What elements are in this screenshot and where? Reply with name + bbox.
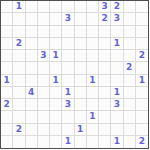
cell-r0c10[interactable] — [124, 1, 136, 13]
cell-r3c0[interactable] — [1, 38, 13, 50]
cell-r11c1[interactable] — [13, 136, 25, 148]
cell-r4c1[interactable] — [13, 50, 25, 62]
cell-r11c0[interactable] — [1, 136, 13, 148]
cell-r10c8[interactable] — [99, 124, 111, 136]
cell-r9c5[interactable] — [62, 111, 74, 123]
cell-r7c1[interactable] — [13, 87, 25, 99]
cell-r3c6[interactable] — [75, 38, 87, 50]
cell-r2c8[interactable] — [99, 26, 111, 38]
cell-r4c0[interactable] — [1, 50, 13, 62]
cell-r0c3[interactable] — [38, 1, 50, 13]
clue-cell-r1c8: 2 — [99, 13, 111, 25]
clue-cell-r9c7: 1 — [87, 111, 99, 123]
clue-cell-r1c5: 3 — [62, 13, 74, 25]
cell-r8c4[interactable] — [50, 99, 62, 111]
cell-r1c11[interactable] — [136, 13, 148, 25]
cell-r6c6[interactable] — [75, 75, 87, 87]
cell-r8c7[interactable] — [87, 99, 99, 111]
cell-r2c10[interactable] — [124, 26, 136, 38]
cell-r7c0[interactable] — [1, 87, 13, 99]
cell-r8c6[interactable] — [75, 99, 87, 111]
clue-cell-r4c4: 1 — [50, 50, 62, 62]
clue-cell-r5c10: 2 — [124, 62, 136, 74]
clue-cell-r6c0: 1 — [1, 75, 13, 87]
cell-r5c1[interactable] — [13, 62, 25, 74]
cell-r3c4[interactable] — [50, 38, 62, 50]
cell-r4c9[interactable] — [111, 50, 123, 62]
cell-r1c3[interactable] — [38, 13, 50, 25]
cell-r2c6[interactable] — [75, 26, 87, 38]
cell-r1c10[interactable] — [124, 13, 136, 25]
cell-r5c3[interactable] — [38, 62, 50, 74]
cell-r5c9[interactable] — [111, 62, 123, 74]
cell-r11c7[interactable] — [87, 136, 99, 148]
clue-cell-r1c9: 3 — [111, 13, 123, 25]
cell-r11c10[interactable] — [124, 136, 136, 148]
clue-cell-r11c11: 2 — [136, 136, 148, 148]
cell-r2c1[interactable] — [13, 26, 25, 38]
cell-r9c6[interactable] — [75, 111, 87, 123]
clue-cell-r0c8: 3 — [99, 1, 111, 13]
clue-cell-r7c2: 4 — [26, 87, 38, 99]
cell-r4c7[interactable] — [87, 50, 99, 62]
cell-r2c9[interactable] — [111, 26, 123, 38]
cell-r8c3[interactable] — [38, 99, 50, 111]
cell-r4c2[interactable] — [26, 50, 38, 62]
cell-r2c2[interactable] — [26, 26, 38, 38]
clue-cell-r7c9: 1 — [111, 87, 123, 99]
clue-cell-r4c3: 3 — [38, 50, 50, 62]
cell-r0c0[interactable] — [1, 1, 13, 13]
cell-r0c11[interactable] — [136, 1, 148, 13]
cell-r8c2[interactable] — [26, 99, 38, 111]
cell-r9c4[interactable] — [50, 111, 62, 123]
cell-r10c2[interactable] — [26, 124, 38, 136]
cell-r9c3[interactable] — [38, 111, 50, 123]
cell-r7c8[interactable] — [99, 87, 111, 99]
cell-r5c0[interactable] — [1, 62, 13, 74]
cell-r3c10[interactable] — [124, 38, 136, 50]
cell-r4c8[interactable] — [99, 50, 111, 62]
cell-r10c11[interactable] — [136, 124, 148, 136]
cell-r9c9[interactable] — [111, 111, 123, 123]
cell-r10c3[interactable] — [38, 124, 50, 136]
cell-r1c1[interactable] — [13, 13, 25, 25]
cell-r8c10[interactable] — [124, 99, 136, 111]
cell-r6c9[interactable] — [111, 75, 123, 87]
cell-r0c7[interactable] — [87, 1, 99, 13]
cell-r9c11[interactable] — [136, 111, 148, 123]
cell-r4c5[interactable] — [62, 50, 74, 62]
cell-r10c7[interactable] — [87, 124, 99, 136]
cell-r5c6[interactable] — [75, 62, 87, 74]
cell-r3c2[interactable] — [26, 38, 38, 50]
cell-r3c5[interactable] — [62, 38, 74, 50]
cell-r6c10[interactable] — [124, 75, 136, 87]
cell-r6c5[interactable] — [62, 75, 74, 87]
cell-r11c6[interactable] — [75, 136, 87, 148]
cell-r2c3[interactable] — [38, 26, 50, 38]
cell-r5c8[interactable] — [99, 62, 111, 74]
clue-cell-r7c5: 1 — [62, 87, 74, 99]
cell-r3c8[interactable] — [99, 38, 111, 50]
cell-r7c3[interactable] — [38, 87, 50, 99]
cell-r6c1[interactable] — [13, 75, 25, 87]
cell-r10c0[interactable] — [1, 124, 13, 136]
cell-r5c4[interactable] — [50, 62, 62, 74]
cell-r8c1[interactable] — [13, 99, 25, 111]
cell-r8c11[interactable] — [136, 99, 148, 111]
cell-r3c7[interactable] — [87, 38, 99, 50]
clue-cell-r3c9: 1 — [111, 38, 123, 50]
cell-r0c4[interactable] — [50, 1, 62, 13]
cell-r11c2[interactable] — [26, 136, 38, 148]
puzzle-board: 1323232131221111411233121112 — [0, 0, 149, 149]
cell-r1c7[interactable] — [87, 13, 99, 25]
cell-r8c8[interactable] — [99, 99, 111, 111]
cell-r4c10[interactable] — [124, 50, 136, 62]
clue-cell-r6c7: 1 — [87, 75, 99, 87]
cell-r5c2[interactable] — [26, 62, 38, 74]
cell-r11c8[interactable] — [99, 136, 111, 148]
cell-r10c4[interactable] — [50, 124, 62, 136]
cell-r6c8[interactable] — [99, 75, 111, 87]
clue-cell-r0c9: 2 — [111, 1, 123, 13]
cell-r9c1[interactable] — [13, 111, 25, 123]
cell-r2c7[interactable] — [87, 26, 99, 38]
cell-r7c6[interactable] — [75, 87, 87, 99]
cell-r3c3[interactable] — [38, 38, 50, 50]
cell-r2c11[interactable] — [136, 26, 148, 38]
cell-r7c4[interactable] — [50, 87, 62, 99]
clue-cell-r11c9: 1 — [111, 136, 123, 148]
cell-r11c3[interactable] — [38, 136, 50, 148]
clue-cell-r10c6: 1 — [75, 124, 87, 136]
cell-r10c5[interactable] — [62, 124, 74, 136]
clue-cell-r10c1: 2 — [13, 124, 25, 136]
cell-r0c6[interactable] — [75, 1, 87, 13]
cell-r7c11[interactable] — [136, 87, 148, 99]
clue-cell-r8c9: 3 — [111, 99, 123, 111]
clue-cell-r6c11: 1 — [136, 75, 148, 87]
cell-r2c5[interactable] — [62, 26, 74, 38]
cell-r7c7[interactable] — [87, 87, 99, 99]
cell-r4c6[interactable] — [75, 50, 87, 62]
cell-r5c5[interactable] — [62, 62, 74, 74]
cell-r9c8[interactable] — [99, 111, 111, 123]
cell-r1c2[interactable] — [26, 13, 38, 25]
cell-r10c9[interactable] — [111, 124, 123, 136]
clue-cell-r0c1: 1 — [13, 1, 25, 13]
cell-r1c6[interactable] — [75, 13, 87, 25]
cell-r9c0[interactable] — [1, 111, 13, 123]
clue-cell-r3c1: 2 — [13, 38, 25, 50]
cell-r0c2[interactable] — [26, 1, 38, 13]
cell-r0c5[interactable] — [62, 1, 74, 13]
cell-r6c2[interactable] — [26, 75, 38, 87]
cell-r2c0[interactable] — [1, 26, 13, 38]
clue-cell-r4c11: 2 — [136, 50, 148, 62]
cell-r7c10[interactable] — [124, 87, 136, 99]
cell-r9c2[interactable] — [26, 111, 38, 123]
clue-cell-r6c4: 1 — [50, 75, 62, 87]
cell-r1c0[interactable] — [1, 13, 13, 25]
cell-r6c3[interactable] — [38, 75, 50, 87]
cell-r1c4[interactable] — [50, 13, 62, 25]
cell-r10c10[interactable] — [124, 124, 136, 136]
cell-r9c10[interactable] — [124, 111, 136, 123]
clue-cell-r8c5: 3 — [62, 99, 74, 111]
cell-r5c11[interactable] — [136, 62, 148, 74]
cell-r11c4[interactable] — [50, 136, 62, 148]
cell-r2c4[interactable] — [50, 26, 62, 38]
cell-r5c7[interactable] — [87, 62, 99, 74]
cell-r3c11[interactable] — [136, 38, 148, 50]
clue-cell-r8c0: 2 — [1, 99, 13, 111]
clue-cell-r11c5: 1 — [62, 136, 74, 148]
